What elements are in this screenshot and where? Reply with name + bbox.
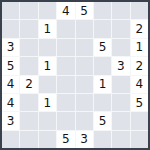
given-cell-r2c3: 1 xyxy=(39,20,56,37)
border-cell-r1c6 xyxy=(94,2,111,19)
puzzle-cell-r2c6[interactable] xyxy=(94,20,111,37)
puzzle-cell-r3c7[interactable] xyxy=(112,39,129,56)
given-cell-r4c3: 1 xyxy=(39,57,56,74)
puzzle-cell-r7c5[interactable] xyxy=(76,112,93,129)
clue-cell-r3c1: 3 xyxy=(2,39,19,56)
puzzle-cell-r6c7[interactable] xyxy=(112,94,129,111)
puzzle-cell-r4c4[interactable] xyxy=(57,57,74,74)
clue-cell-r5c1: 4 xyxy=(2,76,19,93)
border-cell-r8c8 xyxy=(131,131,148,148)
given-cell-r3c6: 5 xyxy=(94,39,111,56)
border-cell-r1c7 xyxy=(112,2,129,19)
border-cell-r8c7 xyxy=(112,131,129,148)
puzzle-cell-r5c5[interactable] xyxy=(76,76,93,93)
puzzle-cell-r7c2[interactable] xyxy=(20,112,37,129)
puzzle-cell-r2c7[interactable] xyxy=(112,20,129,37)
given-cell-r5c2: 2 xyxy=(20,76,37,93)
puzzle-cell-r4c2[interactable] xyxy=(20,57,37,74)
border-cell-r1c8 xyxy=(131,2,148,19)
border-cell-r1c3 xyxy=(39,2,56,19)
clue-cell-r4c8: 2 xyxy=(131,57,148,74)
border-cell-r8c3 xyxy=(39,131,56,148)
border-cell-r1c1 xyxy=(2,2,19,19)
puzzle-cell-r7c4[interactable] xyxy=(57,112,74,129)
puzzle-cell-r5c4[interactable] xyxy=(57,76,74,93)
puzzle-cell-r6c4[interactable] xyxy=(57,94,74,111)
border-cell-r8c6 xyxy=(94,131,111,148)
puzzle-cell-r2c5[interactable] xyxy=(76,20,93,37)
puzzle-cell-r5c3[interactable] xyxy=(39,76,56,93)
given-cell-r6c3: 1 xyxy=(39,94,56,111)
clue-cell-r1c5: 5 xyxy=(76,2,93,19)
border-cell-r2c1 xyxy=(2,20,19,37)
puzzle-cell-r4c6[interactable] xyxy=(94,57,111,74)
clue-cell-r5c8: 4 xyxy=(131,76,148,93)
border-cell-r1c2 xyxy=(20,2,37,19)
puzzle-cell-r6c6[interactable] xyxy=(94,94,111,111)
given-cell-r5c6: 1 xyxy=(94,76,111,93)
skyscrapers-board: 4512351513242144153553 xyxy=(0,0,150,150)
border-cell-r7c8 xyxy=(131,112,148,129)
clue-cell-r2c8: 2 xyxy=(131,20,148,37)
clue-cell-r8c5: 3 xyxy=(76,131,93,148)
puzzle-cell-r7c7[interactable] xyxy=(112,112,129,129)
puzzle-cell-r3c4[interactable] xyxy=(57,39,74,56)
clue-cell-r8c4: 5 xyxy=(57,131,74,148)
puzzle-cell-r5c7[interactable] xyxy=(112,76,129,93)
puzzle-cell-r2c2[interactable] xyxy=(20,20,37,37)
border-cell-r8c2 xyxy=(20,131,37,148)
clue-cell-r6c8: 5 xyxy=(131,94,148,111)
puzzle-cell-r7c3[interactable] xyxy=(39,112,56,129)
given-cell-r4c7: 3 xyxy=(112,57,129,74)
puzzle-cell-r4c5[interactable] xyxy=(76,57,93,74)
puzzle-cell-r3c5[interactable] xyxy=(76,39,93,56)
puzzle-cell-r6c5[interactable] xyxy=(76,94,93,111)
puzzle-cell-r6c2[interactable] xyxy=(20,94,37,111)
clue-cell-r6c1: 4 xyxy=(2,94,19,111)
border-cell-r8c1 xyxy=(2,131,19,148)
clue-cell-r3c8: 1 xyxy=(131,39,148,56)
puzzle-cell-r3c3[interactable] xyxy=(39,39,56,56)
puzzle-cell-r2c4[interactable] xyxy=(57,20,74,37)
clue-cell-r7c1: 3 xyxy=(2,112,19,129)
given-cell-r7c6: 5 xyxy=(94,112,111,129)
clue-cell-r1c4: 4 xyxy=(57,2,74,19)
clue-cell-r4c1: 5 xyxy=(2,57,19,74)
puzzle-cell-r3c2[interactable] xyxy=(20,39,37,56)
